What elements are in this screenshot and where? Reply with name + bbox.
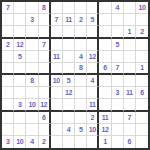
sudoku-cell-r10c3[interactable]	[26, 112, 38, 124]
sudoku-cell-r11c1[interactable]	[2, 124, 14, 136]
sudoku-cell-r7c12[interactable]	[136, 75, 148, 87]
sudoku-cell-r3c5[interactable]	[51, 26, 63, 38]
sudoku-cell-r10c10[interactable]	[112, 112, 124, 124]
sudoku-cell-r4c1: 2	[2, 39, 14, 51]
sudoku-cell-r1c6[interactable]	[63, 2, 75, 14]
sudoku-cell-r5c3[interactable]	[26, 51, 38, 63]
sudoku-cell-r10c11: 7	[124, 112, 136, 124]
sudoku-cell-r11c11[interactable]	[124, 124, 136, 136]
sudoku-cell-r4c10: 5	[112, 39, 124, 51]
sudoku-cell-r11c6: 4	[63, 124, 75, 136]
sudoku-cell-r6c6[interactable]	[63, 63, 75, 75]
sudoku-cell-r2c12[interactable]	[136, 14, 148, 26]
sudoku-cell-r2c6: 11	[63, 14, 75, 26]
sudoku-cell-r11c5[interactable]	[51, 124, 63, 136]
sudoku-cell-r3c6[interactable]	[63, 26, 75, 38]
sudoku-cell-r9c4: 12	[39, 99, 51, 111]
sudoku-cell-r7c7[interactable]	[75, 75, 87, 87]
sudoku-cell-r1c9[interactable]	[99, 2, 111, 14]
sudoku-cell-r5c5: 11	[51, 51, 63, 63]
sudoku-cell-r7c5: 10	[51, 75, 63, 87]
sudoku-cell-r6c11[interactable]	[124, 63, 136, 75]
sudoku-board: 7841037112512212755114128671810541231163…	[0, 0, 150, 150]
sudoku-cell-r3c2[interactable]	[14, 26, 26, 38]
sudoku-cell-r10c6[interactable]	[63, 112, 75, 124]
sudoku-cell-r12c8[interactable]	[87, 136, 99, 148]
sudoku-cell-r10c1[interactable]	[2, 112, 14, 124]
sudoku-cell-r9c3: 10	[26, 99, 38, 111]
sudoku-cell-r11c2[interactable]	[14, 124, 26, 136]
sudoku-cell-r6c2[interactable]	[14, 63, 26, 75]
sudoku-cell-r5c4[interactable]	[39, 51, 51, 63]
sudoku-cell-r12c11: 6	[124, 136, 136, 148]
sudoku-cell-r2c5: 7	[51, 14, 63, 26]
sudoku-cell-r7c9[interactable]	[99, 75, 111, 87]
sudoku-cell-r2c3: 3	[26, 14, 38, 26]
sudoku-cell-r8c8[interactable]	[87, 87, 99, 99]
sudoku-cell-r3c4[interactable]	[39, 26, 51, 38]
sudoku-cell-r11c7: 5	[75, 124, 87, 136]
sudoku-cell-r6c1[interactable]	[2, 63, 14, 75]
sudoku-cell-r6c9: 6	[99, 63, 111, 75]
sudoku-cell-r3c9[interactable]	[99, 26, 111, 38]
sudoku-cell-r1c2[interactable]	[14, 2, 26, 14]
sudoku-cell-r9c8: 11	[87, 99, 99, 111]
sudoku-cell-r6c10: 7	[112, 63, 124, 75]
sudoku-cell-r5c12[interactable]	[136, 51, 148, 63]
sudoku-cell-r9c10[interactable]	[112, 99, 124, 111]
sudoku-cell-r10c8: 2	[87, 112, 99, 124]
sudoku-cell-r4c4: 7	[39, 39, 51, 51]
sudoku-cell-r8c4[interactable]	[39, 87, 51, 99]
sudoku-cell-r11c12[interactable]	[136, 124, 148, 136]
sudoku-cell-r8c9[interactable]	[99, 87, 111, 99]
sudoku-cell-r9c2: 3	[14, 99, 26, 111]
sudoku-cell-r1c4: 8	[39, 2, 51, 14]
sudoku-cell-r4c2: 12	[14, 39, 26, 51]
sudoku-cell-r12c1: 3	[2, 136, 14, 148]
sudoku-cell-r6c5[interactable]	[51, 63, 63, 75]
sudoku-cell-r4c6[interactable]	[63, 39, 75, 51]
sudoku-cell-r7c3: 8	[26, 75, 38, 87]
sudoku-cell-r2c11[interactable]	[124, 14, 136, 26]
sudoku-cell-r5c2: 5	[14, 51, 26, 63]
sudoku-cell-r7c11[interactable]	[124, 75, 136, 87]
sudoku-cell-r7c1[interactable]	[2, 75, 14, 87]
sudoku-cell-r3c12: 2	[136, 26, 148, 38]
sudoku-cell-r2c8: 5	[87, 14, 99, 26]
sudoku-cell-r9c11[interactable]	[124, 99, 136, 111]
sudoku-cell-r8c1[interactable]	[2, 87, 14, 99]
sudoku-cell-r9c12[interactable]	[136, 99, 148, 111]
sudoku-cell-r1c3[interactable]	[26, 2, 38, 14]
sudoku-cell-r6c4[interactable]	[39, 63, 51, 75]
sudoku-cell-r1c12: 10	[136, 2, 148, 14]
sudoku-cell-r11c10[interactable]	[112, 124, 124, 136]
sudoku-cell-r6c8[interactable]	[87, 63, 99, 75]
sudoku-cell-r8c2[interactable]	[14, 87, 26, 99]
sudoku-cell-r2c7: 2	[75, 14, 87, 26]
sudoku-cell-r4c9[interactable]	[99, 39, 111, 51]
sudoku-cell-r10c4: 6	[39, 112, 51, 124]
sudoku-cell-r4c12[interactable]	[136, 39, 148, 51]
sudoku-cell-r1c11[interactable]	[124, 2, 136, 14]
sudoku-cell-r5c6[interactable]	[63, 51, 75, 63]
sudoku-cell-r8c3[interactable]	[26, 87, 38, 99]
sudoku-cell-r3c8[interactable]	[87, 26, 99, 38]
sudoku-cell-r5c7: 4	[75, 51, 87, 63]
sudoku-cell-r11c9: 12	[99, 124, 111, 136]
sudoku-cell-r10c7[interactable]	[75, 112, 87, 124]
sudoku-cell-r5c8: 12	[87, 51, 99, 63]
sudoku-cell-r10c12[interactable]	[136, 112, 148, 124]
sudoku-cell-r1c10: 4	[112, 2, 124, 14]
sudoku-cell-r3c1[interactable]	[2, 26, 14, 38]
sudoku-cell-r7c2[interactable]	[14, 75, 26, 87]
sudoku-cell-r9c6[interactable]	[63, 99, 75, 111]
sudoku-cell-r7c4[interactable]	[39, 75, 51, 87]
sudoku-cell-r8c11: 11	[124, 87, 136, 99]
sudoku-cell-r8c10: 3	[112, 87, 124, 99]
sudoku-cell-r3c3[interactable]	[26, 26, 38, 38]
sudoku-cell-r8c6: 12	[63, 87, 75, 99]
sudoku-cell-r7c8: 4	[87, 75, 99, 87]
sudoku-cell-r6c7: 8	[75, 63, 87, 75]
sudoku-cell-r9c1[interactable]	[2, 99, 14, 111]
sudoku-cell-r1c5[interactable]	[51, 2, 63, 14]
sudoku-cell-r3c7[interactable]	[75, 26, 87, 38]
sudoku-cell-r7c10[interactable]	[112, 75, 124, 87]
sudoku-cell-r2c4[interactable]	[39, 14, 51, 26]
sudoku-cell-r12c4: 2	[39, 136, 51, 148]
sudoku-cell-r5c11[interactable]	[124, 51, 136, 63]
sudoku-cell-r12c9: 1	[99, 136, 111, 148]
sudoku-cell-r6c12: 1	[136, 63, 148, 75]
sudoku-cell-r4c7[interactable]	[75, 39, 87, 51]
sudoku-cell-r9c9[interactable]	[99, 99, 111, 111]
sudoku-cell-r1c7[interactable]	[75, 2, 87, 14]
sudoku-cell-r12c3: 4	[26, 136, 38, 148]
sudoku-cell-r6c3[interactable]	[26, 63, 38, 75]
sudoku-cell-r4c11[interactable]	[124, 39, 136, 51]
sudoku-cell-r4c5[interactable]	[51, 39, 63, 51]
sudoku-cell-r11c8: 10	[87, 124, 99, 136]
sudoku-cell-r12c5[interactable]	[51, 136, 63, 148]
sudoku-cell-r12c10[interactable]	[112, 136, 124, 148]
sudoku-cell-r4c3[interactable]	[26, 39, 38, 51]
sudoku-cell-r2c9[interactable]	[99, 14, 111, 26]
sudoku-cell-r5c10[interactable]	[112, 51, 124, 63]
sudoku-cell-r8c12: 6	[136, 87, 148, 99]
sudoku-cell-r1c8[interactable]	[87, 2, 99, 14]
sudoku-cell-r10c2[interactable]	[14, 112, 26, 124]
sudoku-cell-r9c7[interactable]	[75, 99, 87, 111]
sudoku-cell-r11c3[interactable]	[26, 124, 38, 136]
sudoku-cell-r12c12[interactable]	[136, 136, 148, 148]
sudoku-cell-r8c5[interactable]	[51, 87, 63, 99]
sudoku-cell-r2c1[interactable]	[2, 14, 14, 26]
sudoku-cell-r2c10[interactable]	[112, 14, 124, 26]
sudoku-cell-r3c11: 1	[124, 26, 136, 38]
sudoku-cell-r5c9[interactable]	[99, 51, 111, 63]
sudoku-cell-r4c8[interactable]	[87, 39, 99, 51]
sudoku-cell-r5c1[interactable]	[2, 51, 14, 63]
sudoku-cell-r12c7[interactable]	[75, 136, 87, 148]
sudoku-cell-r11c4[interactable]	[39, 124, 51, 136]
sudoku-cell-r1c1: 7	[2, 2, 14, 14]
sudoku-cell-r10c5[interactable]	[51, 112, 63, 124]
sudoku-cell-r10c9: 11	[99, 112, 111, 124]
sudoku-cell-r8c7[interactable]	[75, 87, 87, 99]
sudoku-cell-r12c6[interactable]	[63, 136, 75, 148]
sudoku-cell-r12c2: 10	[14, 136, 26, 148]
sudoku-cell-r3c10[interactable]	[112, 26, 124, 38]
sudoku-cell-r9c5[interactable]	[51, 99, 63, 111]
sudoku-cell-r2c2[interactable]	[14, 14, 26, 26]
sudoku-cell-r7c6: 5	[63, 75, 75, 87]
